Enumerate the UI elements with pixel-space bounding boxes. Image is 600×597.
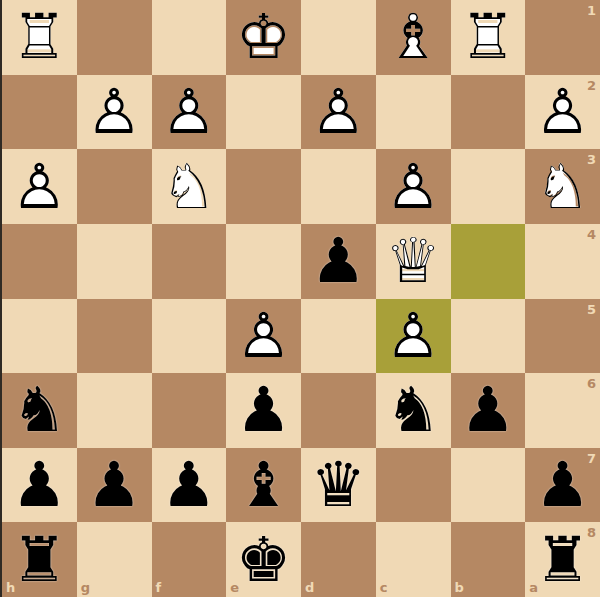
square-b8[interactable]: b (451, 522, 526, 597)
square-c2[interactable] (376, 75, 451, 150)
file-label-h: h (6, 580, 15, 595)
file-label-d: d (305, 580, 314, 595)
square-a5[interactable]: 5 (525, 299, 600, 374)
square-f1[interactable] (152, 0, 227, 75)
piece-outline: ♗ (376, 0, 451, 75)
square-d5[interactable] (301, 299, 376, 374)
piece-fill: ♜ (451, 0, 526, 75)
square-g6[interactable] (77, 373, 152, 448)
square-a7[interactable]: ♟7 (525, 448, 600, 523)
black-pawn-piece: ♟ (451, 373, 526, 448)
rank-label-5: 5 (587, 302, 596, 317)
piece-fill: ♜ (2, 0, 77, 75)
white-knight-piece: ♞♘ (152, 149, 227, 224)
black-knight-piece: ♞ (2, 373, 77, 448)
piece-outline: ♙ (152, 75, 227, 150)
black-pawn-piece: ♟ (226, 373, 301, 448)
file-label-e: e (230, 580, 239, 595)
white-pawn-piece: ♟♙ (226, 299, 301, 374)
square-d6[interactable] (301, 373, 376, 448)
piece-fill: ♞ (525, 149, 600, 224)
black-pawn-piece: ♟ (301, 224, 376, 299)
piece-fill: ♝ (376, 0, 451, 75)
square-h7[interactable]: ♟ (2, 448, 77, 523)
square-h1[interactable]: ♜♖ (2, 0, 77, 75)
square-f8[interactable]: f (152, 522, 227, 597)
white-queen-piece: ♛♕ (376, 224, 451, 299)
piece-fill: ♚ (226, 0, 301, 75)
square-c6[interactable]: ♞ (376, 373, 451, 448)
square-b1[interactable]: ♜♖ (451, 0, 526, 75)
white-knight-piece: ♞♘ (525, 149, 600, 224)
rank-label-3: 3 (587, 152, 596, 167)
piece-outline: ♖ (451, 0, 526, 75)
piece-outline: ♙ (301, 75, 376, 150)
piece-fill: ♟ (525, 75, 600, 150)
square-e2[interactable] (226, 75, 301, 150)
square-d4[interactable]: ♟ (301, 224, 376, 299)
piece-outline: ♘ (525, 149, 600, 224)
white-rook-piece: ♜♖ (2, 0, 77, 75)
piece-outline: ♕ (376, 224, 451, 299)
square-b2[interactable] (451, 75, 526, 150)
black-pawn-piece: ♟ (152, 448, 227, 523)
black-knight-piece: ♞ (376, 373, 451, 448)
rank-label-7: 7 (587, 451, 596, 466)
square-b3[interactable] (451, 149, 526, 224)
black-queen-piece: ♛ (301, 448, 376, 523)
square-f2[interactable]: ♟♙ (152, 75, 227, 150)
square-a4[interactable]: 4 (525, 224, 600, 299)
square-g4[interactable] (77, 224, 152, 299)
rank-label-6: 6 (587, 376, 596, 391)
square-g5[interactable] (77, 299, 152, 374)
white-king-piece: ♚♔ (226, 0, 301, 75)
square-h3[interactable]: ♟♙ (2, 149, 77, 224)
square-c3[interactable]: ♟♙ (376, 149, 451, 224)
square-h5[interactable] (2, 299, 77, 374)
white-bishop-piece: ♝♗ (376, 0, 451, 75)
piece-outline: ♙ (226, 299, 301, 374)
square-c4[interactable]: ♛♕ (376, 224, 451, 299)
square-d2[interactable]: ♟♙ (301, 75, 376, 150)
square-h4[interactable] (2, 224, 77, 299)
file-label-c: c (380, 580, 388, 595)
square-d8[interactable]: d (301, 522, 376, 597)
square-f6[interactable] (152, 373, 227, 448)
piece-outline: ♔ (226, 0, 301, 75)
square-a8[interactable]: ♜a8 (525, 522, 600, 597)
piece-outline: ♙ (376, 149, 451, 224)
white-pawn-piece: ♟♙ (376, 149, 451, 224)
rank-label-1: 1 (587, 3, 596, 18)
piece-outline: ♙ (77, 75, 152, 150)
piece-fill: ♞ (152, 149, 227, 224)
piece-outline: ♘ (152, 149, 227, 224)
white-pawn-piece: ♟♙ (2, 149, 77, 224)
white-rook-piece: ♜♖ (451, 0, 526, 75)
piece-fill: ♟ (152, 75, 227, 150)
square-g3[interactable] (77, 149, 152, 224)
chess-board: ♜♖♚♔♝♗♜♖1♟♙♟♙♟♙♟♙2♟♙♞♘♟♙♞♘3♟♛♕4♟♙♟♙5♞♟♞♟… (2, 0, 600, 597)
rank-label-4: 4 (587, 227, 596, 242)
square-h8[interactable]: ♜h (2, 522, 77, 597)
square-e4[interactable] (226, 224, 301, 299)
square-c8[interactable]: c (376, 522, 451, 597)
piece-fill: ♟ (2, 149, 77, 224)
black-bishop-piece: ♝ (226, 448, 301, 523)
file-label-f: f (156, 580, 162, 595)
black-pawn-piece: ♟ (2, 448, 77, 523)
piece-fill: ♟ (226, 299, 301, 374)
square-f5[interactable] (152, 299, 227, 374)
square-g8[interactable]: g (77, 522, 152, 597)
square-f4[interactable] (152, 224, 227, 299)
black-pawn-piece: ♟ (77, 448, 152, 523)
square-f7[interactable]: ♟ (152, 448, 227, 523)
rank-label-2: 2 (587, 78, 596, 93)
square-h6[interactable]: ♞ (2, 373, 77, 448)
square-b4[interactable] (451, 224, 526, 299)
square-d7[interactable]: ♛ (301, 448, 376, 523)
square-e5[interactable]: ♟♙ (226, 299, 301, 374)
white-pawn-piece: ♟♙ (77, 75, 152, 150)
square-b6[interactable]: ♟ (451, 373, 526, 448)
square-e7[interactable]: ♝ (226, 448, 301, 523)
square-b5[interactable] (451, 299, 526, 374)
piece-fill: ♟ (77, 75, 152, 150)
piece-fill: ♛ (376, 224, 451, 299)
black-rook-piece: ♜ (525, 522, 600, 597)
black-rook-piece: ♜ (2, 522, 77, 597)
square-d3[interactable] (301, 149, 376, 224)
black-pawn-piece: ♟ (525, 448, 600, 523)
white-pawn-piece: ♟♙ (525, 75, 600, 150)
square-a2[interactable]: ♟♙2 (525, 75, 600, 150)
square-e6[interactable]: ♟ (226, 373, 301, 448)
square-f3[interactable]: ♞♘ (152, 149, 227, 224)
piece-outline: ♙ (525, 75, 600, 150)
square-d1[interactable] (301, 0, 376, 75)
square-c1[interactable]: ♝♗ (376, 0, 451, 75)
square-e3[interactable] (226, 149, 301, 224)
white-pawn-piece: ♟♙ (376, 299, 451, 374)
square-g7[interactable]: ♟ (77, 448, 152, 523)
white-pawn-piece: ♟♙ (152, 75, 227, 150)
square-a6[interactable]: 6 (525, 373, 600, 448)
rank-label-8: 8 (587, 525, 596, 540)
square-b7[interactable] (451, 448, 526, 523)
piece-outline: ♖ (2, 0, 77, 75)
square-g2[interactable]: ♟♙ (77, 75, 152, 150)
file-label-b: b (455, 580, 464, 595)
piece-outline: ♙ (2, 149, 77, 224)
square-e8[interactable]: ♚e (226, 522, 301, 597)
piece-fill: ♟ (376, 149, 451, 224)
piece-fill: ♟ (301, 75, 376, 150)
chess-board-container: ♜♖♚♔♝♗♜♖1♟♙♟♙♟♙♟♙2♟♙♞♘♟♙♞♘3♟♛♕4♟♙♟♙5♞♟♞♟… (0, 0, 600, 597)
square-e1[interactable]: ♚♔ (226, 0, 301, 75)
square-c7[interactable] (376, 448, 451, 523)
square-g1[interactable] (77, 0, 152, 75)
file-label-g: g (81, 580, 90, 595)
square-a1[interactable]: 1 (525, 0, 600, 75)
square-c5[interactable]: ♟♙ (376, 299, 451, 374)
square-h2[interactable] (2, 75, 77, 150)
black-king-piece: ♚ (226, 522, 301, 597)
file-label-a: a (529, 580, 538, 595)
white-pawn-piece: ♟♙ (301, 75, 376, 150)
piece-outline: ♙ (376, 299, 451, 374)
piece-fill: ♟ (376, 299, 451, 374)
square-a3[interactable]: ♞♘3 (525, 149, 600, 224)
